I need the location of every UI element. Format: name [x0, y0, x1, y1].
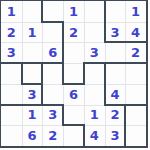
- region-border-segment-vertical: [41, 62, 43, 85]
- region-border-segment-horizontal: [83, 62, 106, 64]
- puzzle-board[interactable]: 11121234363236413126243: [1, 1, 146, 146]
- region-border-segment-horizontal: [21, 83, 44, 85]
- region-border-segment-horizontal: [41, 21, 64, 23]
- region-border-segment-vertical: [124, 104, 126, 127]
- region-border-segment-vertical: [104, 83, 106, 106]
- region-border-segment-vertical: [83, 124, 85, 147]
- region-border-segment-vertical: [104, 62, 106, 85]
- region-border-segment-vertical: [104, 21, 106, 44]
- region-border-segment-vertical: [83, 62, 85, 85]
- region-border-segment-horizontal: [104, 62, 127, 64]
- region-border-segment-vertical: [104, 0, 106, 23]
- region-border-segment-horizontal: [21, 62, 44, 64]
- region-border-segment-horizontal: [41, 62, 64, 64]
- region-border-segment-horizontal: [0, 104, 23, 106]
- region-border-segment-horizontal: [124, 41, 147, 43]
- region-border-segment-horizontal: [104, 104, 127, 106]
- region-border-segment-vertical: [41, 83, 43, 106]
- region-border-segment-vertical: [41, 0, 43, 23]
- region-borders-layer: [1, 1, 146, 146]
- region-border-segment-vertical: [124, 124, 126, 147]
- region-border-segment-horizontal: [124, 62, 147, 64]
- region-border-segment-vertical: [62, 104, 64, 127]
- region-border-segment-horizontal: [21, 104, 44, 106]
- region-border-segment-horizontal: [62, 83, 85, 85]
- region-border-segment-vertical: [62, 21, 64, 44]
- region-border-segment-horizontal: [124, 104, 147, 106]
- region-border-segment-horizontal: [0, 62, 23, 64]
- region-border-segment-vertical: [62, 41, 64, 64]
- region-border-segment-vertical: [21, 62, 23, 85]
- region-border-segment-horizontal: [104, 41, 127, 43]
- region-border-segment-horizontal: [41, 104, 64, 106]
- region-border-segment-vertical: [62, 62, 64, 85]
- region-border-segment-horizontal: [62, 124, 85, 126]
